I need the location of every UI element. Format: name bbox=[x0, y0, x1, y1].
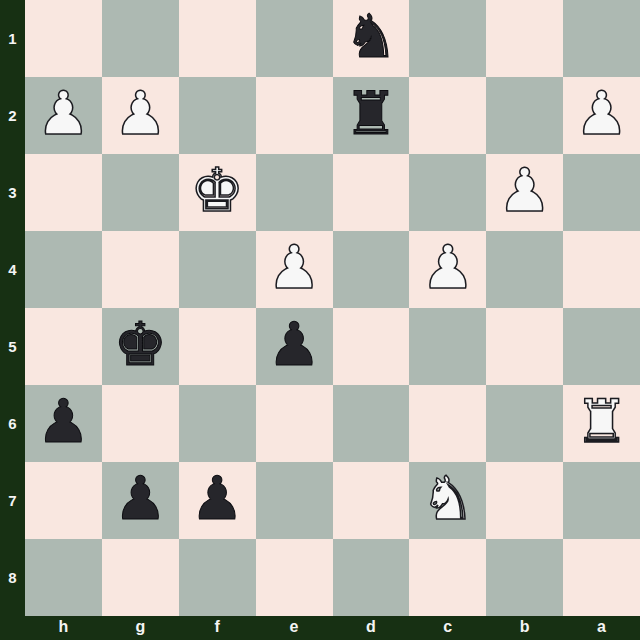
square-f3[interactable]: ♚ bbox=[179, 154, 256, 231]
square-a6[interactable]: ♜ bbox=[563, 385, 640, 462]
square-b8[interactable] bbox=[486, 539, 563, 616]
square-a2[interactable]: ♟ bbox=[563, 77, 640, 154]
square-f2[interactable] bbox=[179, 77, 256, 154]
file-label-a: a bbox=[563, 616, 640, 640]
white-king[interactable]: ♚ bbox=[190, 154, 244, 229]
file-label-g: g bbox=[102, 616, 179, 640]
white-pawn[interactable]: ♟ bbox=[267, 231, 321, 306]
square-c8[interactable] bbox=[409, 539, 486, 616]
black-pawn[interactable]: ♟ bbox=[37, 385, 91, 460]
square-c6[interactable] bbox=[409, 385, 486, 462]
square-g2[interactable]: ♟ bbox=[102, 77, 179, 154]
square-g3[interactable] bbox=[102, 154, 179, 231]
square-e1[interactable] bbox=[256, 0, 333, 77]
square-a1[interactable] bbox=[563, 0, 640, 77]
square-c3[interactable] bbox=[409, 154, 486, 231]
square-h8[interactable] bbox=[25, 539, 102, 616]
square-d5[interactable] bbox=[333, 308, 410, 385]
square-g1[interactable] bbox=[102, 0, 179, 77]
black-knight[interactable]: ♞ bbox=[344, 0, 398, 75]
square-h5[interactable] bbox=[25, 308, 102, 385]
file-label-d: d bbox=[333, 616, 410, 640]
square-e5[interactable]: ♟ bbox=[256, 308, 333, 385]
square-g4[interactable] bbox=[102, 231, 179, 308]
square-b7[interactable] bbox=[486, 462, 563, 539]
square-a4[interactable] bbox=[563, 231, 640, 308]
rank-label-2: 2 bbox=[0, 77, 25, 154]
square-f1[interactable] bbox=[179, 0, 256, 77]
rank-labels: 12345678 bbox=[0, 0, 25, 616]
square-g7[interactable]: ♟ bbox=[102, 462, 179, 539]
black-king[interactable]: ♚ bbox=[113, 308, 167, 383]
square-a3[interactable] bbox=[563, 154, 640, 231]
black-rook[interactable]: ♜ bbox=[344, 77, 398, 152]
square-e6[interactable] bbox=[256, 385, 333, 462]
square-c1[interactable] bbox=[409, 0, 486, 77]
square-c4[interactable]: ♟ bbox=[409, 231, 486, 308]
white-pawn[interactable]: ♟ bbox=[575, 77, 629, 152]
white-knight[interactable]: ♞ bbox=[421, 462, 475, 537]
square-d1[interactable]: ♞ bbox=[333, 0, 410, 77]
square-h3[interactable] bbox=[25, 154, 102, 231]
file-label-c: c bbox=[409, 616, 486, 640]
rank-label-8: 8 bbox=[0, 539, 25, 616]
file-label-e: e bbox=[256, 616, 333, 640]
board-corner bbox=[0, 616, 25, 640]
rank-label-4: 4 bbox=[0, 231, 25, 308]
square-d7[interactable] bbox=[333, 462, 410, 539]
white-pawn[interactable]: ♟ bbox=[498, 154, 552, 229]
file-label-b: b bbox=[486, 616, 563, 640]
square-h1[interactable] bbox=[25, 0, 102, 77]
square-e4[interactable]: ♟ bbox=[256, 231, 333, 308]
square-f6[interactable] bbox=[179, 385, 256, 462]
square-c5[interactable] bbox=[409, 308, 486, 385]
file-label-h: h bbox=[25, 616, 102, 640]
square-d4[interactable] bbox=[333, 231, 410, 308]
white-pawn[interactable]: ♟ bbox=[37, 77, 91, 152]
square-b2[interactable] bbox=[486, 77, 563, 154]
rank-label-6: 6 bbox=[0, 385, 25, 462]
square-g6[interactable] bbox=[102, 385, 179, 462]
file-label-f: f bbox=[179, 616, 256, 640]
white-pawn[interactable]: ♟ bbox=[113, 77, 167, 152]
square-c2[interactable] bbox=[409, 77, 486, 154]
board: ♞♟♟♜♟♚♟♟♟♚♟♟♜♟♟♞ bbox=[25, 0, 640, 616]
square-h4[interactable] bbox=[25, 231, 102, 308]
square-g5[interactable]: ♚ bbox=[102, 308, 179, 385]
square-f8[interactable] bbox=[179, 539, 256, 616]
square-a5[interactable] bbox=[563, 308, 640, 385]
square-f5[interactable] bbox=[179, 308, 256, 385]
rank-label-5: 5 bbox=[0, 308, 25, 385]
square-b5[interactable] bbox=[486, 308, 563, 385]
square-b3[interactable]: ♟ bbox=[486, 154, 563, 231]
square-d6[interactable] bbox=[333, 385, 410, 462]
white-rook[interactable]: ♜ bbox=[575, 385, 629, 460]
square-e2[interactable] bbox=[256, 77, 333, 154]
rank-label-3: 3 bbox=[0, 154, 25, 231]
square-h2[interactable]: ♟ bbox=[25, 77, 102, 154]
square-d8[interactable] bbox=[333, 539, 410, 616]
square-e7[interactable] bbox=[256, 462, 333, 539]
black-pawn[interactable]: ♟ bbox=[267, 308, 321, 383]
rank-label-1: 1 bbox=[0, 0, 25, 77]
white-pawn[interactable]: ♟ bbox=[421, 231, 475, 306]
square-c7[interactable]: ♞ bbox=[409, 462, 486, 539]
square-h6[interactable]: ♟ bbox=[25, 385, 102, 462]
square-a8[interactable] bbox=[563, 539, 640, 616]
square-h7[interactable] bbox=[25, 462, 102, 539]
square-e8[interactable] bbox=[256, 539, 333, 616]
square-b1[interactable] bbox=[486, 0, 563, 77]
square-a7[interactable] bbox=[563, 462, 640, 539]
square-e3[interactable] bbox=[256, 154, 333, 231]
chess-board-frame: 12345678 ♞♟♟♜♟♚♟♟♟♚♟♟♜♟♟♞ hgfedcba bbox=[0, 0, 640, 640]
black-pawn[interactable]: ♟ bbox=[190, 462, 244, 537]
square-b4[interactable] bbox=[486, 231, 563, 308]
square-f7[interactable]: ♟ bbox=[179, 462, 256, 539]
square-d2[interactable]: ♜ bbox=[333, 77, 410, 154]
square-d3[interactable] bbox=[333, 154, 410, 231]
rank-label-7: 7 bbox=[0, 462, 25, 539]
square-f4[interactable] bbox=[179, 231, 256, 308]
square-b6[interactable] bbox=[486, 385, 563, 462]
file-labels: hgfedcba bbox=[25, 616, 640, 640]
square-g8[interactable] bbox=[102, 539, 179, 616]
black-pawn[interactable]: ♟ bbox=[113, 462, 167, 537]
